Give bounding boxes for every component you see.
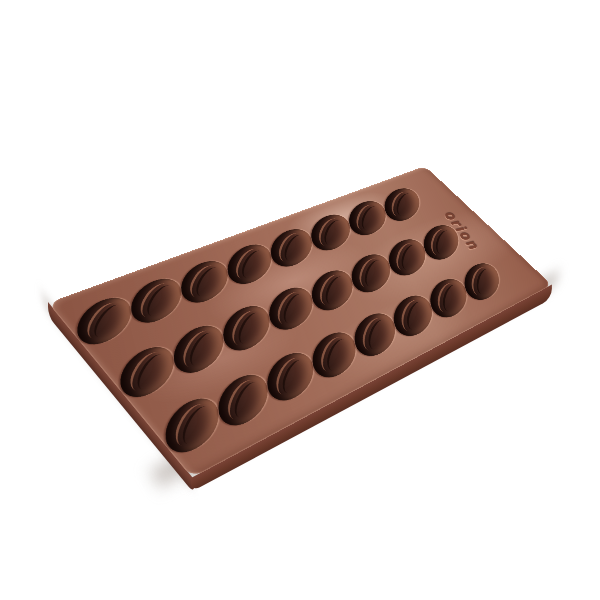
photo-background: orion [0, 0, 600, 600]
